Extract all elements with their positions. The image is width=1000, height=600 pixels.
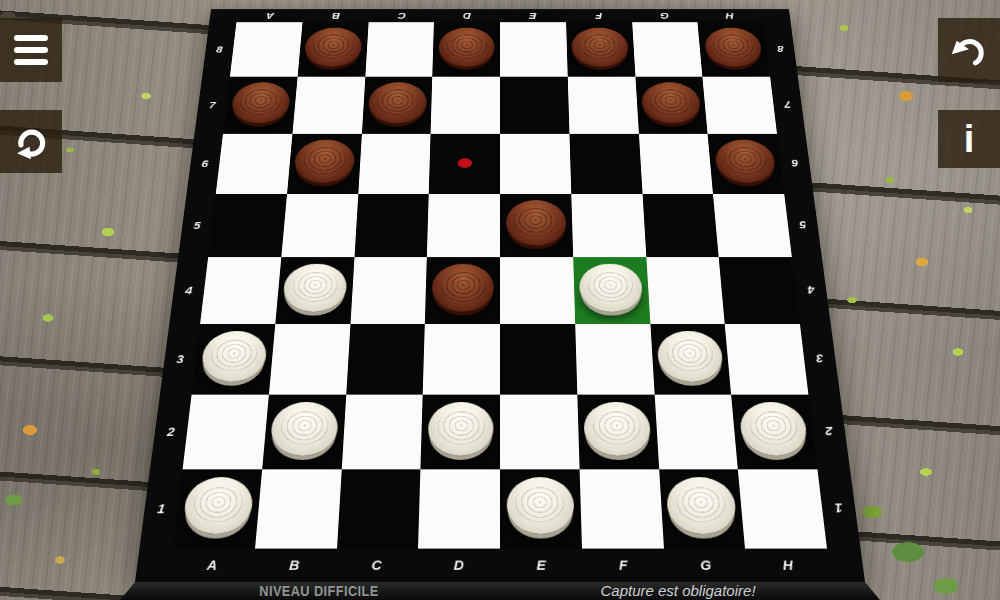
square-e4[interactable]	[500, 257, 575, 324]
square-e3[interactable]	[500, 324, 577, 395]
square-f6[interactable]	[569, 134, 642, 194]
board-corner	[827, 549, 865, 582]
piece-rings	[239, 87, 283, 115]
piece-rings	[514, 205, 558, 236]
dark-piece[interactable]	[703, 28, 763, 67]
square-f1[interactable]	[579, 469, 663, 548]
restart-icon	[8, 119, 54, 165]
rule-label: Capture est obligatoire!	[600, 582, 755, 599]
file-label-bottom: G	[663, 549, 748, 582]
square-c3[interactable]	[346, 324, 425, 395]
square-d2[interactable]	[421, 395, 500, 470]
square-h2[interactable]	[731, 395, 817, 470]
info-icon: i	[964, 120, 975, 158]
square-f7[interactable]	[568, 77, 639, 134]
piece-rings	[303, 145, 348, 174]
white-piece[interactable]	[269, 402, 339, 456]
file-label-top: B	[302, 9, 369, 22]
piece-rings	[722, 145, 767, 174]
square-f3[interactable]	[575, 324, 654, 395]
square-h4[interactable]	[719, 257, 800, 324]
square-h5[interactable]	[713, 194, 792, 257]
file-label-top: F	[566, 9, 632, 22]
square-a1[interactable]	[173, 469, 262, 548]
piece-rings	[446, 32, 487, 59]
square-b3[interactable]	[269, 324, 350, 395]
piece-rings	[312, 32, 354, 59]
square-b5[interactable]	[281, 194, 358, 257]
piece-rings	[292, 269, 339, 302]
square-e1[interactable]	[500, 469, 582, 548]
square-h6[interactable]	[708, 134, 784, 194]
piece-rings	[192, 484, 245, 523]
square-b8[interactable]	[297, 22, 368, 76]
square-d5[interactable]	[427, 194, 500, 257]
square-e5[interactable]	[500, 194, 573, 257]
square-c5[interactable]	[354, 194, 429, 257]
dark-piece[interactable]	[431, 264, 494, 312]
file-label-top: A	[236, 9, 303, 22]
hamburger-icon	[11, 33, 51, 67]
white-piece[interactable]	[282, 264, 348, 312]
white-piece[interactable]	[579, 264, 643, 312]
square-g7[interactable]	[635, 77, 708, 134]
square-g6[interactable]	[638, 134, 713, 194]
square-a6[interactable]	[216, 134, 292, 194]
file-label-bottom: A	[169, 549, 255, 582]
dark-piece[interactable]	[230, 82, 292, 123]
square-d8[interactable]	[432, 22, 500, 76]
square-b6[interactable]	[287, 134, 362, 194]
piece-rings	[675, 484, 727, 523]
board: ABCDEFGH8877665544332211ABCDEFGH	[135, 9, 865, 582]
square-b4[interactable]	[275, 257, 354, 324]
piece-rings	[579, 32, 620, 59]
square-d6[interactable]	[429, 134, 500, 194]
piece-rings	[588, 269, 634, 302]
white-piece[interactable]	[738, 402, 809, 456]
square-b7[interactable]	[292, 77, 365, 134]
square-e6[interactable]	[500, 134, 571, 194]
board-grid: ABCDEFGH8877665544332211ABCDEFGH	[135, 9, 865, 582]
square-g8[interactable]	[632, 22, 703, 76]
square-b2[interactable]	[262, 395, 346, 470]
square-c2[interactable]	[341, 395, 423, 470]
file-label-top: G	[631, 9, 698, 22]
file-label-top: E	[500, 9, 566, 22]
piece-rings	[516, 484, 565, 523]
square-g2[interactable]	[654, 395, 738, 470]
square-a8[interactable]	[230, 22, 302, 76]
dark-piece[interactable]	[293, 140, 355, 183]
file-label-bottom: B	[252, 549, 337, 582]
white-piece[interactable]	[427, 402, 493, 456]
game-screen: NIVEAU DIFFICILE Capture est obligatoire…	[0, 0, 1000, 600]
square-d3[interactable]	[423, 324, 500, 395]
square-g4[interactable]	[646, 257, 725, 324]
piece-rings	[712, 32, 755, 59]
square-h1[interactable]	[738, 469, 827, 548]
square-g5[interactable]	[642, 194, 719, 257]
square-b1[interactable]	[255, 469, 342, 548]
board-corner	[209, 9, 238, 22]
square-g1[interactable]	[659, 469, 746, 548]
board-corner	[135, 549, 173, 582]
square-f2[interactable]	[577, 395, 659, 470]
square-a4[interactable]	[200, 257, 281, 324]
square-d4[interactable]	[425, 257, 500, 324]
square-g3[interactable]	[650, 324, 731, 395]
dark-piece[interactable]	[368, 82, 427, 123]
file-label-top: D	[434, 9, 500, 22]
white-piece[interactable]	[181, 477, 255, 534]
white-piece[interactable]	[584, 402, 652, 456]
square-h3[interactable]	[725, 324, 808, 395]
undo-button[interactable]	[938, 18, 1000, 82]
square-e8[interactable]	[500, 22, 568, 76]
menu-button[interactable]	[0, 18, 62, 82]
info-button[interactable]: i	[938, 110, 1000, 168]
square-e7[interactable]	[500, 77, 569, 134]
square-c8[interactable]	[365, 22, 434, 76]
square-f5[interactable]	[571, 194, 646, 257]
square-a3[interactable]	[192, 324, 275, 395]
file-label-bottom: C	[335, 549, 419, 582]
square-f8[interactable]	[566, 22, 635, 76]
square-h8[interactable]	[698, 22, 770, 76]
square-a5[interactable]	[208, 194, 287, 257]
white-piece[interactable]	[506, 477, 574, 534]
dark-piece[interactable]	[304, 28, 363, 67]
dark-piece[interactable]	[438, 28, 495, 67]
white-piece[interactable]	[656, 331, 724, 382]
hint-dot	[458, 159, 473, 168]
piece-rings	[209, 337, 259, 371]
piece-rings	[748, 408, 799, 444]
white-piece[interactable]	[666, 477, 738, 534]
file-label-bottom: D	[417, 549, 500, 582]
square-e2[interactable]	[500, 395, 579, 470]
difficulty-label: NIVEAU DIFFICILE	[259, 582, 378, 599]
square-d7[interactable]	[431, 77, 500, 134]
piece-rings	[593, 408, 642, 444]
square-c6[interactable]	[358, 134, 431, 194]
square-d1[interactable]	[418, 469, 500, 548]
board-front-edge: NIVEAU DIFFICILE Capture est obligatoire…	[120, 582, 880, 600]
piece-rings	[376, 87, 419, 115]
file-label-bottom: E	[500, 549, 583, 582]
white-piece[interactable]	[199, 331, 268, 382]
square-c7[interactable]	[362, 77, 433, 134]
file-label-bottom: H	[745, 549, 831, 582]
dark-piece[interactable]	[571, 28, 629, 67]
undo-icon	[946, 27, 992, 73]
square-c1[interactable]	[337, 469, 421, 548]
square-a2[interactable]	[183, 395, 269, 470]
piece-rings	[280, 408, 330, 444]
piece-rings	[666, 337, 715, 371]
square-f4[interactable]	[573, 257, 650, 324]
square-a7[interactable]	[223, 77, 297, 134]
dark-piece[interactable]	[714, 140, 777, 183]
file-label-top: H	[697, 9, 764, 22]
file-label-bottom: F	[582, 549, 666, 582]
piece-rings	[649, 87, 692, 115]
dark-piece[interactable]	[641, 82, 701, 123]
piece-rings	[437, 408, 485, 444]
dark-piece[interactable]	[506, 200, 567, 246]
square-c4[interactable]	[350, 257, 427, 324]
square-h7[interactable]	[703, 77, 777, 134]
piece-rings	[440, 269, 485, 302]
file-label-top: C	[368, 9, 434, 22]
board-corner	[762, 9, 791, 22]
restart-button[interactable]	[0, 110, 62, 173]
